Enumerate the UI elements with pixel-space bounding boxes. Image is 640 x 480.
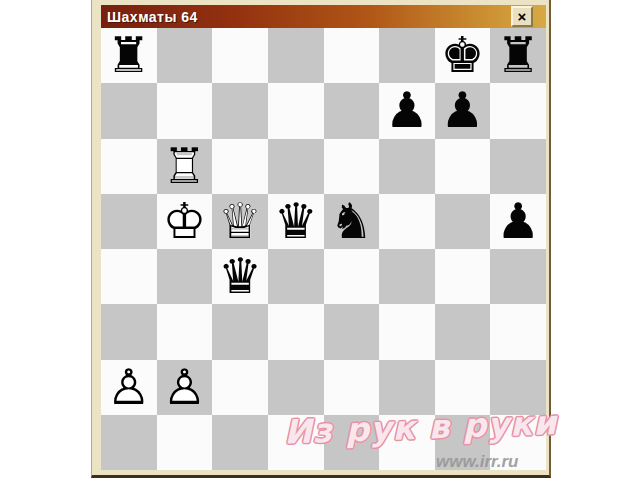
- white-rook-fill: ♜: [157, 139, 213, 194]
- square-g8[interactable]: ♚: [435, 28, 491, 83]
- square-e7[interactable]: [324, 83, 380, 138]
- square-d6[interactable]: [268, 139, 324, 194]
- white-rook: ♖: [157, 139, 213, 194]
- black-queen: ♛: [212, 249, 268, 304]
- white-pawn-fill: ♟: [157, 360, 213, 415]
- square-a2[interactable]: ♟♙: [101, 360, 157, 415]
- white-king-fill: ♚: [157, 194, 213, 249]
- square-a8[interactable]: ♜: [101, 28, 157, 83]
- square-e5[interactable]: ♞: [324, 194, 380, 249]
- window-title: Шахматы 64: [101, 9, 198, 25]
- square-c3[interactable]: [212, 304, 268, 359]
- black-pawn: ♟: [435, 83, 491, 138]
- square-b2[interactable]: ♟♙: [157, 360, 213, 415]
- square-c4[interactable]: ♛: [212, 249, 268, 304]
- black-rook: ♜: [490, 28, 546, 83]
- screenshot-canvas: Шахматы 64 × ♜♚♜♟♟♜♖♚♔♛♕♛♞♟♛♟♙♟♙ Из рук …: [0, 0, 640, 480]
- square-c6[interactable]: [212, 139, 268, 194]
- square-h4[interactable]: [490, 249, 546, 304]
- square-h1[interactable]: [490, 415, 546, 470]
- square-c8[interactable]: [212, 28, 268, 83]
- white-pawn: ♙: [157, 360, 213, 415]
- square-h2[interactable]: [490, 360, 546, 415]
- square-h5[interactable]: ♟: [490, 194, 546, 249]
- square-b8[interactable]: [157, 28, 213, 83]
- black-queen: ♛: [268, 194, 324, 249]
- square-a5[interactable]: [101, 194, 157, 249]
- white-queen-fill: ♛: [212, 194, 268, 249]
- square-b5[interactable]: ♚♔: [157, 194, 213, 249]
- square-f1[interactable]: [379, 415, 435, 470]
- square-e2[interactable]: [324, 360, 380, 415]
- square-a4[interactable]: [101, 249, 157, 304]
- square-g3[interactable]: [435, 304, 491, 359]
- square-g4[interactable]: [435, 249, 491, 304]
- black-king: ♚: [435, 28, 491, 83]
- square-h8[interactable]: ♜: [490, 28, 546, 83]
- square-b6[interactable]: ♜♖: [157, 139, 213, 194]
- square-e4[interactable]: [324, 249, 380, 304]
- black-knight: ♞: [324, 194, 380, 249]
- square-g7[interactable]: ♟: [435, 83, 491, 138]
- square-f5[interactable]: [379, 194, 435, 249]
- close-icon: ×: [518, 9, 527, 24]
- white-pawn-fill: ♟: [101, 360, 157, 415]
- square-h3[interactable]: [490, 304, 546, 359]
- square-b1[interactable]: [157, 415, 213, 470]
- square-b7[interactable]: [157, 83, 213, 138]
- square-g6[interactable]: [435, 139, 491, 194]
- square-e8[interactable]: [324, 28, 380, 83]
- square-f3[interactable]: [379, 304, 435, 359]
- white-king: ♔: [157, 194, 213, 249]
- black-rook: ♜: [101, 28, 157, 83]
- square-a1[interactable]: [101, 415, 157, 470]
- square-d7[interactable]: [268, 83, 324, 138]
- square-b3[interactable]: [157, 304, 213, 359]
- square-g2[interactable]: [435, 360, 491, 415]
- square-h7[interactable]: [490, 83, 546, 138]
- square-e3[interactable]: [324, 304, 380, 359]
- square-d4[interactable]: [268, 249, 324, 304]
- square-d5[interactable]: ♛: [268, 194, 324, 249]
- square-a6[interactable]: [101, 139, 157, 194]
- square-c2[interactable]: [212, 360, 268, 415]
- chess-app-window: Шахматы 64 × ♜♚♜♟♟♜♖♚♔♛♕♛♞♟♛♟♙♟♙: [91, 0, 551, 478]
- square-g1[interactable]: [435, 415, 491, 470]
- square-c7[interactable]: [212, 83, 268, 138]
- square-f6[interactable]: [379, 139, 435, 194]
- square-f7[interactable]: ♟: [379, 83, 435, 138]
- square-c1[interactable]: [212, 415, 268, 470]
- square-d2[interactable]: [268, 360, 324, 415]
- window-title-bar[interactable]: Шахматы 64: [101, 5, 546, 28]
- square-a3[interactable]: [101, 304, 157, 359]
- square-f4[interactable]: [379, 249, 435, 304]
- square-d8[interactable]: [268, 28, 324, 83]
- white-queen: ♕: [212, 194, 268, 249]
- square-e6[interactable]: [324, 139, 380, 194]
- black-pawn: ♟: [379, 83, 435, 138]
- square-b4[interactable]: [157, 249, 213, 304]
- chess-board: ♜♚♜♟♟♜♖♚♔♛♕♛♞♟♛♟♙♟♙: [101, 28, 546, 470]
- close-button[interactable]: ×: [511, 6, 533, 27]
- square-d1[interactable]: [268, 415, 324, 470]
- square-a7[interactable]: [101, 83, 157, 138]
- square-f2[interactable]: [379, 360, 435, 415]
- square-f8[interactable]: [379, 28, 435, 83]
- white-pawn: ♙: [101, 360, 157, 415]
- square-d3[interactable]: [268, 304, 324, 359]
- square-h6[interactable]: [490, 139, 546, 194]
- square-e1[interactable]: [324, 415, 380, 470]
- black-pawn: ♟: [490, 194, 546, 249]
- square-c5[interactable]: ♛♕: [212, 194, 268, 249]
- square-g5[interactable]: [435, 194, 491, 249]
